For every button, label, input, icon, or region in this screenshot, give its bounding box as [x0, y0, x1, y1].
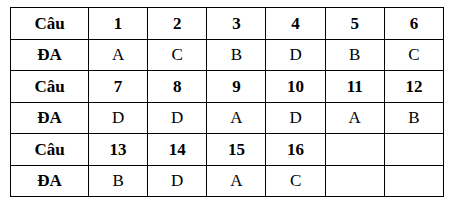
answer-letter-cell: D [148, 102, 207, 134]
question-row: Câu789101112 [11, 71, 444, 103]
question-row: Câu123456 [11, 8, 444, 40]
question-number-cell: 15 [207, 134, 266, 166]
row-label-cell: Câu [11, 8, 89, 40]
answer-key-body: Câu123456ĐAACBDBCCâu789101112ĐADDADABCâu… [11, 8, 444, 197]
answer-letter-cell: C [384, 39, 443, 71]
row-label-cell: ĐA [11, 39, 89, 71]
question-number-cell: 1 [89, 8, 148, 40]
empty-cell [384, 165, 443, 197]
row-label-cell: Câu [11, 134, 89, 166]
answer-letter-cell: B [89, 165, 148, 197]
empty-cell [325, 165, 384, 197]
question-number-cell: 12 [384, 71, 443, 103]
row-label-cell: ĐA [11, 165, 89, 197]
answer-row: ĐAACBDBC [11, 39, 444, 71]
question-row: Câu13141516 [11, 134, 444, 166]
question-number-cell: 14 [148, 134, 207, 166]
answer-letter-cell: D [89, 102, 148, 134]
answer-letter-cell: B [384, 102, 443, 134]
answer-letter-cell: C [266, 165, 325, 197]
answer-letter-cell: B [207, 39, 266, 71]
answer-letter-cell: D [266, 102, 325, 134]
answer-letter-cell: A [207, 102, 266, 134]
question-number-cell: 3 [207, 8, 266, 40]
answer-row: ĐABDAC [11, 165, 444, 197]
answer-letter-cell: D [148, 165, 207, 197]
answer-key-container: Câu123456ĐAACBDBCCâu789101112ĐADDADABCâu… [10, 7, 444, 197]
answer-letter-cell: D [266, 39, 325, 71]
empty-cell [384, 134, 443, 166]
answer-letter-cell: A [207, 165, 266, 197]
answer-letter-cell: A [89, 39, 148, 71]
row-label-cell: ĐA [11, 102, 89, 134]
question-number-cell: 8 [148, 71, 207, 103]
answer-letter-cell: B [325, 39, 384, 71]
answer-letter-cell: A [325, 102, 384, 134]
answer-key-table: Câu123456ĐAACBDBCCâu789101112ĐADDADABCâu… [10, 7, 444, 197]
question-number-cell: 5 [325, 8, 384, 40]
question-number-cell: 10 [266, 71, 325, 103]
answer-letter-cell: C [148, 39, 207, 71]
question-number-cell: 2 [148, 8, 207, 40]
question-number-cell: 4 [266, 8, 325, 40]
question-number-cell: 16 [266, 134, 325, 166]
row-label-cell: Câu [11, 71, 89, 103]
question-number-cell: 7 [89, 71, 148, 103]
question-number-cell: 6 [384, 8, 443, 40]
question-number-cell: 9 [207, 71, 266, 103]
answer-row: ĐADDADAB [11, 102, 444, 134]
empty-cell [325, 134, 384, 166]
question-number-cell: 13 [89, 134, 148, 166]
question-number-cell: 11 [325, 71, 384, 103]
